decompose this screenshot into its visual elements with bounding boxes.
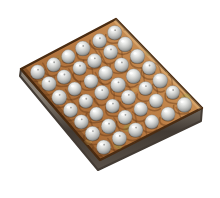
texture-dot	[118, 146, 120, 148]
ball-specular-highlight	[50, 60, 53, 63]
ball-dimple	[64, 74, 66, 76]
ball-specular-highlight	[181, 100, 184, 103]
ball-specular-highlight	[79, 44, 82, 47]
ball-sphere	[87, 54, 101, 68]
texture-dot	[47, 163, 48, 164]
ball-dimple	[128, 94, 130, 96]
ball-specular-highlight	[87, 77, 90, 80]
ball-dimple	[70, 107, 72, 109]
ball-sphere	[52, 90, 67, 105]
ball-specular-highlight	[78, 118, 81, 121]
ball-sphere	[97, 140, 111, 154]
ball-dimple	[114, 29, 116, 31]
texture-dot	[72, 166, 74, 168]
ball-sphere	[90, 107, 104, 121]
texture-dot	[180, 82, 182, 84]
ball-specular-highlight	[71, 85, 74, 88]
ball-dimple	[103, 144, 105, 146]
solder-ball	[75, 41, 90, 56]
ball-dimple	[119, 135, 121, 137]
ball-sphere	[126, 69, 141, 84]
texture-dot	[136, 119, 138, 121]
ball-specular-highlight	[130, 72, 133, 75]
solder-ball	[97, 140, 111, 155]
ball-sphere	[118, 110, 132, 124]
solder-ball	[98, 66, 112, 81]
ball-specular-highlight	[134, 52, 137, 55]
solder-ball	[130, 49, 145, 64]
ball-dimple	[125, 114, 127, 116]
ball-dimple	[53, 61, 55, 63]
solder-ball	[153, 73, 168, 88]
solder-ball	[47, 58, 61, 73]
ball-specular-highlight	[93, 110, 96, 113]
texture-dot	[23, 28, 25, 30]
ball-specular-highlight	[156, 76, 159, 79]
ball-sphere	[42, 76, 57, 91]
ball-specular-highlight	[107, 48, 110, 51]
ball-specular-highlight	[98, 88, 101, 91]
solder-ball	[106, 99, 120, 113]
ball-dimple	[82, 45, 84, 47]
ball-dimple	[48, 80, 50, 82]
ball-specular-highlight	[102, 69, 105, 72]
texture-dot	[70, 36, 71, 37]
solder-ball	[177, 97, 192, 112]
ball-specular-highlight	[137, 105, 140, 108]
ball-sphere	[94, 85, 109, 100]
ball-sphere	[166, 85, 180, 99]
ball-specular-highlight	[142, 84, 145, 87]
solder-ball	[118, 110, 132, 125]
ball-sphere	[98, 66, 112, 80]
ball-dimple	[94, 57, 96, 59]
ball-sphere	[130, 49, 145, 64]
ball-specular-highlight	[67, 106, 70, 109]
ball-sphere	[139, 81, 153, 95]
ball-sphere	[145, 115, 159, 129]
ball-specular-highlight	[82, 97, 85, 100]
ball-specular-highlight	[89, 129, 92, 132]
ball-specular-highlight	[145, 64, 148, 67]
ball-sphere	[75, 41, 90, 56]
solder-ball	[121, 90, 136, 105]
ball-dimple	[145, 85, 147, 87]
ball-dimple	[110, 49, 112, 51]
ball-sphere	[47, 58, 61, 72]
solder-ball	[52, 90, 67, 105]
photo-canvas	[0, 0, 220, 198]
ball-specular-highlight	[114, 81, 117, 84]
solder-ball	[145, 115, 159, 129]
texture-dot	[185, 85, 186, 86]
ball-sphere	[73, 61, 87, 75]
texture-dot	[169, 63, 171, 65]
ball-sphere	[142, 61, 156, 75]
ball-specular-highlight	[96, 36, 99, 39]
solder-ball	[118, 37, 133, 52]
solder-ball	[87, 54, 101, 69]
solder-ball	[126, 69, 141, 84]
ball-sphere	[112, 131, 126, 145]
ball-specular-highlight	[111, 28, 114, 31]
solder-ball	[94, 85, 109, 100]
ball-sphere	[30, 65, 45, 80]
solder-ball	[74, 115, 88, 130]
solder-ball	[79, 94, 93, 108]
ball-dimple	[81, 118, 83, 120]
texture-dot	[182, 80, 184, 82]
texture-dot	[38, 144, 39, 145]
solder-ball	[61, 50, 75, 64]
ball-specular-highlight	[91, 57, 94, 60]
ball-sphere	[134, 102, 148, 116]
texture-dot	[123, 29, 125, 31]
texture-dot	[157, 23, 158, 24]
ball-dimple	[149, 65, 151, 67]
ball-specular-highlight	[148, 118, 151, 121]
ball-dimple	[92, 130, 94, 132]
ball-specular-highlight	[169, 88, 172, 91]
ball-specular-highlight	[105, 122, 108, 125]
ball-dimple	[85, 98, 87, 100]
solder-ball	[111, 77, 126, 92]
solder-ball	[84, 74, 98, 88]
ball-sphere	[85, 126, 100, 141]
solder-ball	[103, 45, 117, 60]
solder-ball	[63, 103, 77, 118]
texture-dot	[68, 96, 70, 98]
solder-ball	[30, 65, 45, 80]
ball-dimple	[121, 62, 123, 64]
ball-specular-highlight	[121, 40, 124, 43]
ball-dimple	[101, 89, 103, 91]
ball-specular-highlight	[65, 52, 68, 55]
solder-ball	[68, 82, 82, 96]
texture-dot	[153, 165, 155, 167]
solder-ball	[108, 25, 122, 40]
texture-dot	[57, 163, 59, 165]
solder-ball	[139, 81, 153, 95]
solder-ball	[142, 61, 156, 75]
solder-ball	[149, 94, 163, 108]
ball-sphere	[57, 70, 71, 84]
ball-dimple	[112, 103, 114, 105]
ball-sphere	[114, 58, 128, 72]
texture-dot	[201, 135, 203, 137]
ball-dimple	[59, 94, 61, 96]
ball-specular-highlight	[76, 64, 79, 67]
ball-sphere	[118, 37, 133, 52]
ball-specular-highlight	[45, 79, 48, 82]
ball-sphere	[92, 34, 106, 48]
ball-dimple	[108, 123, 110, 125]
texture-dot	[47, 94, 48, 95]
ball-specular-highlight	[164, 110, 167, 113]
solder-ball	[92, 34, 106, 49]
ball-dimple	[99, 37, 101, 39]
ball-sphere	[106, 99, 120, 113]
ball-specular-highlight	[100, 143, 103, 146]
solder-ball	[134, 102, 148, 116]
ball-sphere	[108, 25, 122, 39]
solder-ball	[85, 126, 100, 141]
solder-ball	[42, 76, 57, 91]
ball-sphere	[149, 94, 163, 108]
ball-sphere	[103, 45, 117, 59]
ball-specular-highlight	[121, 113, 124, 116]
solder-ball	[90, 107, 104, 121]
ball-sphere	[84, 74, 98, 88]
texture-dot	[52, 27, 53, 28]
ball-specular-highlight	[116, 134, 119, 137]
ball-sphere	[101, 119, 116, 134]
ball-sphere	[161, 107, 175, 121]
bga-chip-photo	[0, 0, 220, 198]
ball-specular-highlight	[125, 93, 128, 96]
texture-dot	[72, 146, 74, 148]
ball-sphere	[61, 50, 75, 64]
ball-specular-highlight	[34, 68, 37, 71]
ball-dimple	[118, 81, 120, 83]
texture-dot	[160, 171, 162, 173]
ball-sphere	[111, 77, 126, 92]
solder-ball	[101, 119, 116, 134]
texture-dot	[30, 56, 32, 58]
ball-sphere	[121, 90, 136, 105]
ball-sphere	[74, 115, 88, 129]
ball-sphere	[153, 73, 168, 88]
texture-dot	[169, 84, 170, 85]
ball-specular-highlight	[118, 61, 121, 64]
ball-sphere	[128, 123, 143, 138]
solder-ball	[73, 61, 87, 75]
ball-dimple	[79, 65, 81, 67]
texture-dot	[175, 38, 177, 40]
solder-ball	[112, 131, 126, 146]
solder-ball	[128, 123, 143, 138]
ball-sphere	[177, 97, 192, 112]
ball-dimple	[172, 89, 174, 91]
ball-sphere	[68, 82, 82, 96]
ball-specular-highlight	[132, 126, 135, 129]
ball-specular-highlight	[152, 97, 155, 100]
ball-sphere	[63, 103, 77, 117]
ball-dimple	[135, 127, 137, 129]
ball-dimple	[37, 69, 39, 71]
solder-ball	[166, 85, 180, 99]
ball-specular-highlight	[55, 93, 58, 96]
solder-ball	[57, 70, 71, 85]
ball-specular-highlight	[109, 102, 112, 105]
solder-ball	[114, 58, 128, 73]
solder-ball	[161, 107, 175, 122]
ball-specular-highlight	[60, 73, 63, 76]
ball-sphere	[79, 94, 93, 108]
